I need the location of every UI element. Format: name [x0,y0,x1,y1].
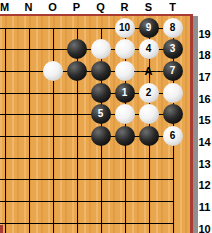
stone-T14[interactable]: 6 [163,126,183,146]
stone-number: 5 [98,104,104,124]
grid-line-vertical [5,28,6,233]
stone-number: 8 [170,18,176,38]
stone-Q14[interactable] [91,126,111,146]
stone-R15[interactable] [115,104,135,124]
stone-S16[interactable]: 2 [139,83,159,103]
marker-dash [155,71,163,72]
stone-P18[interactable] [67,39,87,59]
stone-T15[interactable] [163,104,183,124]
column-label-R: R [117,0,133,14]
column-label-N: N [21,0,37,14]
column-label-O: O [45,0,61,14]
stone-S19[interactable]: 9 [139,18,159,38]
stone-T17[interactable]: 7 [163,61,183,81]
stone-T18[interactable]: 3 [163,39,183,59]
grid-line-horizontal [0,179,173,180]
row-label-17: 17 [197,71,212,83]
stone-R16[interactable]: 1 [115,83,135,103]
column-label-Q: Q [93,0,109,14]
stone-number: 7 [170,61,176,81]
stone-S18[interactable]: 4 [139,39,159,59]
grid-line-horizontal [0,223,173,224]
column-label-P: P [69,0,85,14]
grid-line-vertical [53,28,54,233]
marker-dash [149,60,150,65]
stone-Q15[interactable]: 5 [91,104,111,124]
row-label-15: 15 [197,114,212,126]
row-label-14: 14 [197,136,212,148]
marker-A[interactable]: A [142,64,156,78]
marker-dash [149,78,150,83]
column-label-M: M [0,0,13,14]
stone-number: 10 [119,18,130,38]
go-diagram: MNOPQRST1918171615141312111010984371256A [0,0,212,233]
grid-line-vertical [29,28,30,233]
stone-Q16[interactable] [91,83,111,103]
stone-S15[interactable] [139,104,159,124]
stone-Q17[interactable] [91,61,111,81]
stone-number: 6 [170,126,176,146]
grid-line-horizontal [0,158,173,159]
stone-number: 4 [146,39,152,59]
row-label-16: 16 [197,93,212,105]
row-label-19: 19 [197,28,212,40]
stone-T19[interactable]: 8 [163,18,183,38]
stone-O17[interactable] [43,61,63,81]
stone-number: 9 [146,18,152,38]
stone-R14[interactable] [115,126,135,146]
stone-number: 3 [170,39,176,59]
column-label-S: S [141,0,157,14]
stone-S14[interactable] [139,126,159,146]
red-border-fragment [0,225,3,233]
marker-dash [134,71,142,72]
row-label-11: 11 [197,201,212,213]
stone-R17[interactable] [115,61,135,81]
row-label-13: 13 [197,158,212,170]
stone-T16[interactable] [163,83,183,103]
stone-number: 1 [122,83,128,103]
row-label-10: 10 [197,223,212,233]
stone-R19[interactable]: 10 [115,18,135,38]
stone-R18[interactable] [115,39,135,59]
stone-number: 2 [146,83,152,103]
grid-line-horizontal [0,201,173,202]
stone-P17[interactable] [67,61,87,81]
row-label-18: 18 [197,49,212,61]
column-label-T: T [165,0,181,14]
stone-Q18[interactable] [91,39,111,59]
row-label-12: 12 [197,179,212,191]
